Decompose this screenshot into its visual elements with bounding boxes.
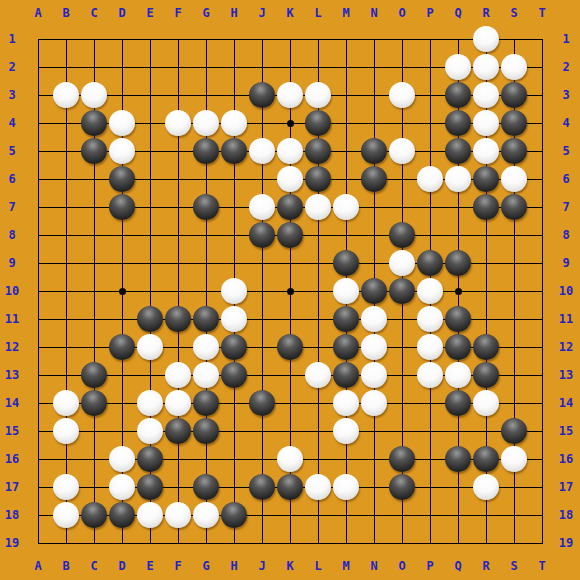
intersection-R5[interactable]: [472, 137, 500, 165]
intersection-Q3[interactable]: [444, 81, 472, 109]
intersection-D5[interactable]: [108, 137, 136, 165]
intersection-A4[interactable]: [24, 109, 52, 137]
intersection-T7[interactable]: [528, 193, 556, 221]
intersection-E4[interactable]: [136, 109, 164, 137]
intersection-N3[interactable]: [360, 81, 388, 109]
intersection-D2[interactable]: [108, 53, 136, 81]
intersection-M7[interactable]: [332, 193, 360, 221]
intersection-B18[interactable]: [52, 501, 80, 529]
intersection-D7[interactable]: [108, 193, 136, 221]
intersection-J2[interactable]: [248, 53, 276, 81]
intersection-K15[interactable]: [276, 417, 304, 445]
intersection-L2[interactable]: [304, 53, 332, 81]
intersection-L15[interactable]: [304, 417, 332, 445]
intersection-O13[interactable]: [388, 361, 416, 389]
intersection-A13[interactable]: [24, 361, 52, 389]
intersection-B1[interactable]: [52, 25, 80, 53]
intersection-D10[interactable]: [108, 277, 136, 305]
intersection-G1[interactable]: [192, 25, 220, 53]
intersection-N6[interactable]: [360, 165, 388, 193]
intersection-C18[interactable]: [80, 501, 108, 529]
intersection-K2[interactable]: [276, 53, 304, 81]
intersection-D12[interactable]: [108, 333, 136, 361]
intersection-G12[interactable]: [192, 333, 220, 361]
intersection-L18[interactable]: [304, 501, 332, 529]
intersection-J5[interactable]: [248, 137, 276, 165]
intersection-M9[interactable]: [332, 249, 360, 277]
intersection-S5[interactable]: [500, 137, 528, 165]
intersection-Q9[interactable]: [444, 249, 472, 277]
intersection-P11[interactable]: [416, 305, 444, 333]
intersection-H10[interactable]: [220, 277, 248, 305]
intersection-D3[interactable]: [108, 81, 136, 109]
intersection-C6[interactable]: [80, 165, 108, 193]
intersection-S10[interactable]: [500, 277, 528, 305]
intersection-T10[interactable]: [528, 277, 556, 305]
intersection-M8[interactable]: [332, 221, 360, 249]
intersection-N17[interactable]: [360, 473, 388, 501]
intersection-N16[interactable]: [360, 445, 388, 473]
intersection-J9[interactable]: [248, 249, 276, 277]
intersection-K5[interactable]: [276, 137, 304, 165]
intersection-D18[interactable]: [108, 501, 136, 529]
intersection-G17[interactable]: [192, 473, 220, 501]
intersection-C17[interactable]: [80, 473, 108, 501]
intersection-B19[interactable]: [52, 529, 80, 557]
intersection-P2[interactable]: [416, 53, 444, 81]
intersection-N13[interactable]: [360, 361, 388, 389]
intersection-A5[interactable]: [24, 137, 52, 165]
intersection-K11[interactable]: [276, 305, 304, 333]
intersection-M14[interactable]: [332, 389, 360, 417]
intersection-S8[interactable]: [500, 221, 528, 249]
intersection-O2[interactable]: [388, 53, 416, 81]
intersection-Q2[interactable]: [444, 53, 472, 81]
intersection-B14[interactable]: [52, 389, 80, 417]
intersection-E7[interactable]: [136, 193, 164, 221]
intersection-N12[interactable]: [360, 333, 388, 361]
intersection-T8[interactable]: [528, 221, 556, 249]
intersection-Q16[interactable]: [444, 445, 472, 473]
intersection-R15[interactable]: [472, 417, 500, 445]
intersection-T19[interactable]: [528, 529, 556, 557]
intersection-Q1[interactable]: [444, 25, 472, 53]
intersection-K19[interactable]: [276, 529, 304, 557]
intersection-E19[interactable]: [136, 529, 164, 557]
intersection-P3[interactable]: [416, 81, 444, 109]
intersection-K13[interactable]: [276, 361, 304, 389]
intersection-B12[interactable]: [52, 333, 80, 361]
intersection-A17[interactable]: [24, 473, 52, 501]
intersection-O19[interactable]: [388, 529, 416, 557]
intersection-F4[interactable]: [164, 109, 192, 137]
intersection-B10[interactable]: [52, 277, 80, 305]
intersection-S2[interactable]: [500, 53, 528, 81]
intersection-J15[interactable]: [248, 417, 276, 445]
intersection-B17[interactable]: [52, 473, 80, 501]
intersection-G2[interactable]: [192, 53, 220, 81]
intersection-N10[interactable]: [360, 277, 388, 305]
intersection-C10[interactable]: [80, 277, 108, 305]
intersection-D16[interactable]: [108, 445, 136, 473]
intersection-R2[interactable]: [472, 53, 500, 81]
intersection-O1[interactable]: [388, 25, 416, 53]
intersection-R6[interactable]: [472, 165, 500, 193]
intersection-S18[interactable]: [500, 501, 528, 529]
intersection-F5[interactable]: [164, 137, 192, 165]
intersection-H18[interactable]: [220, 501, 248, 529]
intersection-L1[interactable]: [304, 25, 332, 53]
intersection-A16[interactable]: [24, 445, 52, 473]
intersection-P9[interactable]: [416, 249, 444, 277]
intersection-N7[interactable]: [360, 193, 388, 221]
intersection-L10[interactable]: [304, 277, 332, 305]
intersection-R16[interactable]: [472, 445, 500, 473]
intersection-J16[interactable]: [248, 445, 276, 473]
intersection-R3[interactable]: [472, 81, 500, 109]
intersection-M1[interactable]: [332, 25, 360, 53]
intersection-R12[interactable]: [472, 333, 500, 361]
intersection-D15[interactable]: [108, 417, 136, 445]
intersection-Q13[interactable]: [444, 361, 472, 389]
intersection-F8[interactable]: [164, 221, 192, 249]
intersection-G8[interactable]: [192, 221, 220, 249]
intersection-M5[interactable]: [332, 137, 360, 165]
intersection-S1[interactable]: [500, 25, 528, 53]
intersection-F19[interactable]: [164, 529, 192, 557]
intersection-O16[interactable]: [388, 445, 416, 473]
intersection-S16[interactable]: [500, 445, 528, 473]
intersection-C13[interactable]: [80, 361, 108, 389]
intersection-M2[interactable]: [332, 53, 360, 81]
intersection-D9[interactable]: [108, 249, 136, 277]
intersection-E11[interactable]: [136, 305, 164, 333]
intersection-S4[interactable]: [500, 109, 528, 137]
intersection-T14[interactable]: [528, 389, 556, 417]
intersection-A1[interactable]: [24, 25, 52, 53]
intersection-F14[interactable]: [164, 389, 192, 417]
intersection-E6[interactable]: [136, 165, 164, 193]
intersection-G14[interactable]: [192, 389, 220, 417]
intersection-S3[interactable]: [500, 81, 528, 109]
intersection-H4[interactable]: [220, 109, 248, 137]
intersection-L16[interactable]: [304, 445, 332, 473]
intersection-H11[interactable]: [220, 305, 248, 333]
intersection-M13[interactable]: [332, 361, 360, 389]
intersection-R19[interactable]: [472, 529, 500, 557]
intersection-K10[interactable]: [276, 277, 304, 305]
intersection-O14[interactable]: [388, 389, 416, 417]
intersection-F2[interactable]: [164, 53, 192, 81]
intersection-A15[interactable]: [24, 417, 52, 445]
intersection-M12[interactable]: [332, 333, 360, 361]
intersection-F3[interactable]: [164, 81, 192, 109]
intersection-S17[interactable]: [500, 473, 528, 501]
intersection-G4[interactable]: [192, 109, 220, 137]
intersection-R18[interactable]: [472, 501, 500, 529]
intersection-Q7[interactable]: [444, 193, 472, 221]
intersection-D4[interactable]: [108, 109, 136, 137]
intersection-H1[interactable]: [220, 25, 248, 53]
intersection-J19[interactable]: [248, 529, 276, 557]
intersection-C12[interactable]: [80, 333, 108, 361]
intersection-G9[interactable]: [192, 249, 220, 277]
intersection-S12[interactable]: [500, 333, 528, 361]
intersection-T17[interactable]: [528, 473, 556, 501]
intersection-S15[interactable]: [500, 417, 528, 445]
intersection-K3[interactable]: [276, 81, 304, 109]
intersection-G13[interactable]: [192, 361, 220, 389]
intersection-C8[interactable]: [80, 221, 108, 249]
intersection-O3[interactable]: [388, 81, 416, 109]
intersection-P1[interactable]: [416, 25, 444, 53]
intersection-P7[interactable]: [416, 193, 444, 221]
intersection-L13[interactable]: [304, 361, 332, 389]
intersection-K7[interactable]: [276, 193, 304, 221]
intersection-P10[interactable]: [416, 277, 444, 305]
intersection-T11[interactable]: [528, 305, 556, 333]
intersection-H8[interactable]: [220, 221, 248, 249]
intersection-O4[interactable]: [388, 109, 416, 137]
intersection-O10[interactable]: [388, 277, 416, 305]
intersection-M18[interactable]: [332, 501, 360, 529]
intersection-C11[interactable]: [80, 305, 108, 333]
intersection-D8[interactable]: [108, 221, 136, 249]
intersection-T1[interactable]: [528, 25, 556, 53]
intersection-H3[interactable]: [220, 81, 248, 109]
intersection-J1[interactable]: [248, 25, 276, 53]
intersection-R4[interactable]: [472, 109, 500, 137]
intersection-J12[interactable]: [248, 333, 276, 361]
intersection-R10[interactable]: [472, 277, 500, 305]
intersection-O18[interactable]: [388, 501, 416, 529]
intersection-L5[interactable]: [304, 137, 332, 165]
intersection-H12[interactable]: [220, 333, 248, 361]
intersection-J17[interactable]: [248, 473, 276, 501]
intersection-B7[interactable]: [52, 193, 80, 221]
intersection-M16[interactable]: [332, 445, 360, 473]
intersection-T3[interactable]: [528, 81, 556, 109]
intersection-D17[interactable]: [108, 473, 136, 501]
intersection-R11[interactable]: [472, 305, 500, 333]
intersection-D13[interactable]: [108, 361, 136, 389]
intersection-K6[interactable]: [276, 165, 304, 193]
intersection-B2[interactable]: [52, 53, 80, 81]
intersection-S14[interactable]: [500, 389, 528, 417]
intersection-T4[interactable]: [528, 109, 556, 137]
intersection-E3[interactable]: [136, 81, 164, 109]
intersection-L9[interactable]: [304, 249, 332, 277]
intersection-O17[interactable]: [388, 473, 416, 501]
intersection-P4[interactable]: [416, 109, 444, 137]
intersection-C14[interactable]: [80, 389, 108, 417]
intersection-J3[interactable]: [248, 81, 276, 109]
intersection-J11[interactable]: [248, 305, 276, 333]
intersection-K12[interactable]: [276, 333, 304, 361]
intersection-G6[interactable]: [192, 165, 220, 193]
intersection-T15[interactable]: [528, 417, 556, 445]
intersection-E5[interactable]: [136, 137, 164, 165]
intersection-E12[interactable]: [136, 333, 164, 361]
intersection-J14[interactable]: [248, 389, 276, 417]
intersection-O5[interactable]: [388, 137, 416, 165]
intersection-T13[interactable]: [528, 361, 556, 389]
intersection-O7[interactable]: [388, 193, 416, 221]
intersection-A3[interactable]: [24, 81, 52, 109]
intersection-E17[interactable]: [136, 473, 164, 501]
intersection-P17[interactable]: [416, 473, 444, 501]
intersection-A2[interactable]: [24, 53, 52, 81]
intersection-L8[interactable]: [304, 221, 332, 249]
intersection-S7[interactable]: [500, 193, 528, 221]
intersection-L12[interactable]: [304, 333, 332, 361]
intersection-S9[interactable]: [500, 249, 528, 277]
intersection-E13[interactable]: [136, 361, 164, 389]
intersection-Q12[interactable]: [444, 333, 472, 361]
intersection-K18[interactable]: [276, 501, 304, 529]
intersection-P6[interactable]: [416, 165, 444, 193]
intersection-C19[interactable]: [80, 529, 108, 557]
intersection-A8[interactable]: [24, 221, 52, 249]
intersection-D1[interactable]: [108, 25, 136, 53]
intersection-F10[interactable]: [164, 277, 192, 305]
intersection-M17[interactable]: [332, 473, 360, 501]
intersection-L3[interactable]: [304, 81, 332, 109]
intersection-J13[interactable]: [248, 361, 276, 389]
intersection-T9[interactable]: [528, 249, 556, 277]
intersection-H7[interactable]: [220, 193, 248, 221]
intersection-P12[interactable]: [416, 333, 444, 361]
intersection-B15[interactable]: [52, 417, 80, 445]
intersection-Q8[interactable]: [444, 221, 472, 249]
intersection-S19[interactable]: [500, 529, 528, 557]
intersection-L11[interactable]: [304, 305, 332, 333]
intersection-P16[interactable]: [416, 445, 444, 473]
intersection-C15[interactable]: [80, 417, 108, 445]
intersection-L7[interactable]: [304, 193, 332, 221]
intersection-S6[interactable]: [500, 165, 528, 193]
intersection-O12[interactable]: [388, 333, 416, 361]
intersection-Q19[interactable]: [444, 529, 472, 557]
intersection-L6[interactable]: [304, 165, 332, 193]
intersection-O8[interactable]: [388, 221, 416, 249]
intersection-D14[interactable]: [108, 389, 136, 417]
intersection-S11[interactable]: [500, 305, 528, 333]
intersection-B16[interactable]: [52, 445, 80, 473]
intersection-F16[interactable]: [164, 445, 192, 473]
intersection-R13[interactable]: [472, 361, 500, 389]
intersection-Q15[interactable]: [444, 417, 472, 445]
intersection-K8[interactable]: [276, 221, 304, 249]
intersection-B3[interactable]: [52, 81, 80, 109]
intersection-L14[interactable]: [304, 389, 332, 417]
intersection-J8[interactable]: [248, 221, 276, 249]
intersection-A9[interactable]: [24, 249, 52, 277]
intersection-C2[interactable]: [80, 53, 108, 81]
intersection-G18[interactable]: [192, 501, 220, 529]
intersection-M15[interactable]: [332, 417, 360, 445]
intersection-B5[interactable]: [52, 137, 80, 165]
intersection-G15[interactable]: [192, 417, 220, 445]
intersection-E10[interactable]: [136, 277, 164, 305]
intersection-N8[interactable]: [360, 221, 388, 249]
intersection-P14[interactable]: [416, 389, 444, 417]
intersection-Q18[interactable]: [444, 501, 472, 529]
intersection-E14[interactable]: [136, 389, 164, 417]
intersection-L17[interactable]: [304, 473, 332, 501]
intersection-R17[interactable]: [472, 473, 500, 501]
intersection-K9[interactable]: [276, 249, 304, 277]
intersection-Q10[interactable]: [444, 277, 472, 305]
intersection-Q4[interactable]: [444, 109, 472, 137]
intersection-E18[interactable]: [136, 501, 164, 529]
intersection-H5[interactable]: [220, 137, 248, 165]
intersection-A19[interactable]: [24, 529, 52, 557]
intersection-A18[interactable]: [24, 501, 52, 529]
intersection-Q17[interactable]: [444, 473, 472, 501]
intersection-H13[interactable]: [220, 361, 248, 389]
intersection-Q11[interactable]: [444, 305, 472, 333]
intersection-C3[interactable]: [80, 81, 108, 109]
intersection-D6[interactable]: [108, 165, 136, 193]
intersection-F7[interactable]: [164, 193, 192, 221]
intersection-E8[interactable]: [136, 221, 164, 249]
intersection-J4[interactable]: [248, 109, 276, 137]
intersection-C4[interactable]: [80, 109, 108, 137]
intersection-N14[interactable]: [360, 389, 388, 417]
intersection-J18[interactable]: [248, 501, 276, 529]
intersection-H14[interactable]: [220, 389, 248, 417]
intersection-H19[interactable]: [220, 529, 248, 557]
intersection-N19[interactable]: [360, 529, 388, 557]
intersection-H17[interactable]: [220, 473, 248, 501]
intersection-E2[interactable]: [136, 53, 164, 81]
intersection-R7[interactable]: [472, 193, 500, 221]
intersection-H6[interactable]: [220, 165, 248, 193]
intersection-F6[interactable]: [164, 165, 192, 193]
intersection-P5[interactable]: [416, 137, 444, 165]
intersection-M4[interactable]: [332, 109, 360, 137]
intersection-T18[interactable]: [528, 501, 556, 529]
intersection-K14[interactable]: [276, 389, 304, 417]
intersection-A12[interactable]: [24, 333, 52, 361]
intersection-C1[interactable]: [80, 25, 108, 53]
intersection-L19[interactable]: [304, 529, 332, 557]
intersection-B6[interactable]: [52, 165, 80, 193]
intersection-N18[interactable]: [360, 501, 388, 529]
intersection-N2[interactable]: [360, 53, 388, 81]
intersection-M3[interactable]: [332, 81, 360, 109]
intersection-A11[interactable]: [24, 305, 52, 333]
intersection-F13[interactable]: [164, 361, 192, 389]
intersection-G11[interactable]: [192, 305, 220, 333]
intersection-P13[interactable]: [416, 361, 444, 389]
intersection-H9[interactable]: [220, 249, 248, 277]
intersection-G3[interactable]: [192, 81, 220, 109]
intersection-P19[interactable]: [416, 529, 444, 557]
intersection-F11[interactable]: [164, 305, 192, 333]
intersection-E16[interactable]: [136, 445, 164, 473]
intersection-Q6[interactable]: [444, 165, 472, 193]
intersection-E15[interactable]: [136, 417, 164, 445]
intersection-K4[interactable]: [276, 109, 304, 137]
intersection-R14[interactable]: [472, 389, 500, 417]
intersection-E9[interactable]: [136, 249, 164, 277]
intersection-E1[interactable]: [136, 25, 164, 53]
intersection-D19[interactable]: [108, 529, 136, 557]
intersection-N4[interactable]: [360, 109, 388, 137]
intersection-J6[interactable]: [248, 165, 276, 193]
